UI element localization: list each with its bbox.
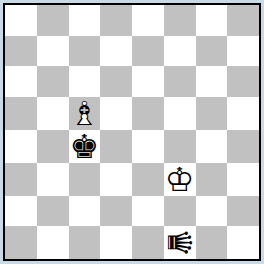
square-b1[interactable] <box>37 226 69 259</box>
square-g5[interactable] <box>196 97 228 130</box>
square-c6[interactable] <box>69 66 101 97</box>
square-h7[interactable] <box>227 36 259 67</box>
square-a6[interactable] <box>5 66 37 97</box>
square-b6[interactable] <box>37 66 69 97</box>
board-frame: ♝♗♚♚♔♛ <box>3 3 261 261</box>
square-g1[interactable] <box>196 226 228 259</box>
square-a3[interactable] <box>5 163 37 196</box>
square-g7[interactable] <box>196 36 228 67</box>
square-f7[interactable] <box>164 36 196 67</box>
square-e5[interactable] <box>132 97 164 130</box>
square-c4[interactable]: ♚ <box>69 130 101 163</box>
square-g4[interactable] <box>196 130 228 163</box>
square-f2[interactable] <box>164 196 196 227</box>
black-rotated-queen-f1[interactable]: ♛ <box>163 227 196 259</box>
square-a5[interactable] <box>5 97 37 130</box>
square-c1[interactable] <box>69 226 101 259</box>
square-d6[interactable] <box>100 66 132 97</box>
square-c8[interactable] <box>69 5 101 36</box>
square-c3[interactable] <box>69 163 101 196</box>
square-d4[interactable] <box>100 130 132 163</box>
square-b8[interactable] <box>37 5 69 36</box>
white-bishop-c5[interactable]: ♝♗ <box>69 97 101 130</box>
square-h6[interactable] <box>227 66 259 97</box>
square-b7[interactable] <box>37 36 69 67</box>
square-g2[interactable] <box>196 196 228 227</box>
square-a7[interactable] <box>5 36 37 67</box>
square-d7[interactable] <box>100 36 132 67</box>
black-king-c4[interactable]: ♚ <box>69 130 101 163</box>
square-g8[interactable] <box>196 5 228 36</box>
white-king-f3[interactable]: ♚♔ <box>164 163 196 196</box>
square-h3[interactable] <box>227 163 259 196</box>
square-d5[interactable] <box>100 97 132 130</box>
square-b2[interactable] <box>37 196 69 227</box>
chess-board: ♝♗♚♚♔♛ <box>5 5 259 259</box>
square-e8[interactable] <box>132 5 164 36</box>
square-e2[interactable] <box>132 196 164 227</box>
king-icon: ♔ <box>165 163 195 196</box>
chess-diagram: ♝♗♚♚♔♛ <box>0 0 264 264</box>
square-f1[interactable]: ♛ <box>164 226 196 259</box>
square-h8[interactable] <box>227 5 259 36</box>
square-a4[interactable] <box>5 130 37 163</box>
square-f5[interactable] <box>164 97 196 130</box>
square-b5[interactable] <box>37 97 69 130</box>
square-f8[interactable] <box>164 5 196 36</box>
square-c7[interactable] <box>69 36 101 67</box>
square-f3[interactable]: ♚♔ <box>164 163 196 196</box>
square-d3[interactable] <box>100 163 132 196</box>
square-h2[interactable] <box>227 196 259 227</box>
king-icon: ♚ <box>70 130 100 163</box>
square-a8[interactable] <box>5 5 37 36</box>
square-d1[interactable] <box>100 226 132 259</box>
square-h5[interactable] <box>227 97 259 130</box>
queen-rotated-icon: ♛ <box>163 228 196 258</box>
square-c2[interactable] <box>69 196 101 227</box>
square-e1[interactable] <box>132 226 164 259</box>
square-e7[interactable] <box>132 36 164 67</box>
square-h4[interactable] <box>227 130 259 163</box>
square-a2[interactable] <box>5 196 37 227</box>
square-e4[interactable] <box>132 130 164 163</box>
square-d2[interactable] <box>100 196 132 227</box>
square-g3[interactable] <box>196 163 228 196</box>
square-e6[interactable] <box>132 66 164 97</box>
square-b4[interactable] <box>37 130 69 163</box>
square-e3[interactable] <box>132 163 164 196</box>
square-b3[interactable] <box>37 163 69 196</box>
square-c5[interactable]: ♝♗ <box>69 97 101 130</box>
square-f6[interactable] <box>164 66 196 97</box>
square-d8[interactable] <box>100 5 132 36</box>
square-f4[interactable] <box>164 130 196 163</box>
square-g6[interactable] <box>196 66 228 97</box>
square-h1[interactable] <box>227 226 259 259</box>
bishop-icon: ♗ <box>70 97 100 130</box>
square-a1[interactable] <box>5 226 37 259</box>
